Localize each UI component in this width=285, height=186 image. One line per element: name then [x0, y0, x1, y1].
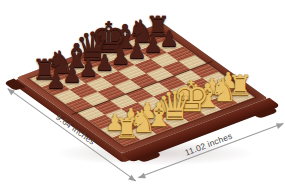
black-pawn-piece-f7: ♟ [127, 40, 147, 62]
white-rook-piece-h1: ♜ [227, 72, 252, 100]
white-bishop-piece-f1: ♝ [193, 79, 223, 112]
black-knight-piece-g8: ♞ [127, 16, 155, 47]
black-rook-piece-a8: ♜ [32, 56, 57, 84]
black-rook-piece-h8: ♜ [145, 13, 170, 41]
black-knight-piece-b8: ♞ [46, 47, 74, 78]
white-knight-piece-g1: ♞ [210, 75, 238, 106]
white-queen-piece-d1: ♛ [158, 86, 193, 125]
white-pawn-piece-f2: ♟ [186, 82, 206, 104]
black-pawn-piece-h7: ♟ [159, 28, 179, 50]
black-queen-piece-d8: ♛ [75, 27, 110, 66]
white-pawn-piece-g2: ♟ [202, 76, 222, 98]
white-pawn-piece-b2: ♟ [121, 106, 141, 128]
white-pawn-piece-c2: ♟ [137, 100, 157, 122]
product-photo-chess-set: ♜♞♝♛♚♝♞♜♟♟♟♟♟♟♟♟♟♟♟♟♟♟♟♟♜♞♝♛♚♝♞♜ 9.64 in… [0, 0, 285, 186]
white-pawn-piece-e2: ♟ [170, 88, 190, 110]
black-bishop-piece-c8: ♝ [62, 39, 92, 72]
white-pawn-piece-d2: ♟ [153, 94, 173, 116]
white-bishop-piece-c1: ♝ [144, 98, 174, 131]
white-king-piece-e1: ♚ [172, 76, 210, 118]
black-bishop-piece-f8: ♝ [110, 20, 140, 53]
white-pawn-piece-a2: ♟ [105, 112, 125, 134]
black-pawn-piece-c7: ♟ [78, 58, 98, 80]
white-pawn-piece-h2: ♟ [218, 70, 238, 92]
pieces-layer: ♜♞♝♛♚♝♞♜♟♟♟♟♟♟♟♟♟♟♟♟♟♟♟♟♜♞♝♛♚♝♞♜ [0, 0, 285, 186]
black-pawn-piece-a7: ♟ [46, 70, 66, 92]
white-knight-piece-b1: ♞ [129, 106, 157, 137]
black-pawn-piece-b7: ♟ [62, 64, 82, 86]
black-pawn-piece-g7: ♟ [143, 34, 163, 56]
black-pawn-piece-e7: ♟ [111, 46, 131, 68]
black-pawn-piece-d7: ♟ [95, 52, 115, 74]
black-king-piece-e8: ♚ [90, 17, 128, 59]
white-rook-piece-a1: ♜ [114, 115, 139, 143]
